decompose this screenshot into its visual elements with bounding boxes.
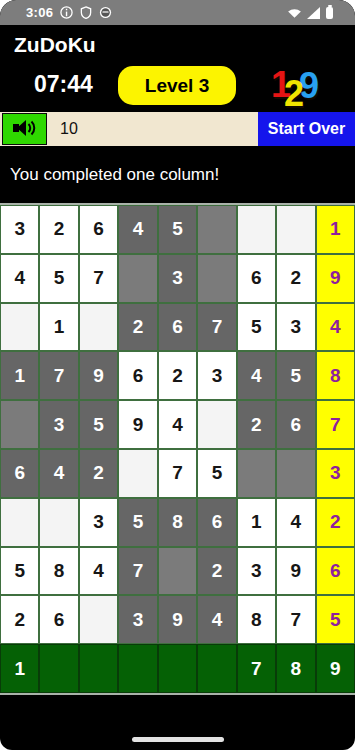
grid-cell-r8c3[interactable]: 4 — [79, 547, 118, 596]
grid-cell-r3c8[interactable]: 3 — [276, 303, 315, 352]
grid-cell-r3c5[interactable]: 6 — [158, 303, 197, 352]
move-counter: 10 — [60, 120, 78, 138]
sudoku-board: 3264514573629126753417962345835942676427… — [0, 203, 355, 695]
grid-cell-r1c6[interactable] — [197, 205, 236, 254]
grid-cell-r3c1[interactable] — [0, 303, 39, 352]
grid-cell-r4c1[interactable]: 1 — [0, 351, 39, 400]
grid-cell-r9c3[interactable] — [79, 595, 118, 644]
grid-cell-r8c8[interactable]: 9 — [276, 547, 315, 596]
grid-cell-r1c4[interactable]: 4 — [118, 205, 157, 254]
palette-cell-9[interactable]: 9 — [316, 644, 355, 693]
grid-cell-r4c5[interactable]: 2 — [158, 351, 197, 400]
grid-cell-r8c1[interactable]: 5 — [0, 547, 39, 596]
app-title: ZuDoKu — [14, 34, 96, 57]
grid-cell-r1c1[interactable]: 3 — [0, 205, 39, 254]
status-time: 3:06 — [26, 5, 53, 20]
battery-icon — [326, 7, 333, 19]
grid-cell-r9c9[interactable]: 5 — [316, 595, 355, 644]
grid-cell-r6c1[interactable]: 6 — [0, 449, 39, 498]
signal-icon — [307, 7, 321, 19]
grid-cell-r5c6[interactable] — [197, 400, 236, 449]
status-bar: 3:06 — [0, 0, 355, 25]
grid-cell-r9c8[interactable]: 7 — [276, 595, 315, 644]
grid-cell-r6c4[interactable] — [118, 449, 157, 498]
wifi-icon — [287, 7, 302, 19]
app-logo-129: 1 9 2 — [271, 67, 329, 109]
grid-cell-r2c2[interactable]: 5 — [39, 254, 78, 303]
grid-cell-r2c9[interactable]: 9 — [316, 254, 355, 303]
start-over-button[interactable]: Start Over — [258, 112, 355, 146]
info-icon — [60, 6, 73, 19]
grid-cell-r5c3[interactable]: 5 — [79, 400, 118, 449]
grid-cell-r7c9[interactable]: 2 — [316, 498, 355, 547]
palette-cell-8[interactable]: 8 — [276, 644, 315, 693]
grid-cell-r4c2[interactable]: 7 — [39, 351, 78, 400]
grid-cell-r7c1[interactable] — [0, 498, 39, 547]
grid-cell-r9c6[interactable]: 4 — [197, 595, 236, 644]
level-button[interactable]: Level 3 — [118, 66, 236, 105]
grid-cell-r2c4[interactable] — [118, 254, 157, 303]
grid-cell-r6c5[interactable]: 7 — [158, 449, 197, 498]
palette-cell-4[interactable] — [118, 644, 157, 693]
grid-cell-r4c8[interactable]: 5 — [276, 351, 315, 400]
grid-cell-r9c2[interactable]: 6 — [39, 595, 78, 644]
timer-display: 07:44 — [34, 71, 93, 98]
bottom-nav-area — [0, 695, 355, 750]
grid-cell-r3c7[interactable]: 5 — [237, 303, 276, 352]
grid-cell-r8c6[interactable]: 2 — [197, 547, 236, 596]
grid-cell-r5c7[interactable]: 2 — [237, 400, 276, 449]
status-message: You completed one column! — [10, 165, 219, 185]
grid-cell-r8c9[interactable]: 6 — [316, 547, 355, 596]
palette-cell-1[interactable]: 1 — [0, 644, 39, 693]
grid-cell-r3c3[interactable] — [79, 303, 118, 352]
grid-cell-r5c9[interactable]: 7 — [316, 400, 355, 449]
palette-cell-2[interactable] — [39, 644, 78, 693]
grid-cell-r1c9[interactable]: 1 — [316, 205, 355, 254]
app-bar: ZuDoKu — [0, 25, 355, 57]
grid-cell-r1c5[interactable]: 5 — [158, 205, 197, 254]
grid-cell-r4c7[interactable]: 4 — [237, 351, 276, 400]
grid-cell-r6c6[interactable]: 5 — [197, 449, 236, 498]
grid-cell-r7c5[interactable]: 8 — [158, 498, 197, 547]
control-row: 10 Start Over — [0, 112, 355, 146]
grid-cell-r4c6[interactable]: 3 — [197, 351, 236, 400]
grid-cell-r3c9[interactable]: 4 — [316, 303, 355, 352]
grid-cell-r6c7[interactable] — [237, 449, 276, 498]
grid-cell-r8c7[interactable]: 3 — [237, 547, 276, 596]
grid-cell-r1c2[interactable]: 2 — [39, 205, 78, 254]
grid-cell-r3c6[interactable]: 7 — [197, 303, 236, 352]
grid-cell-r7c8[interactable]: 4 — [276, 498, 315, 547]
grid-cell-r9c5[interactable]: 9 — [158, 595, 197, 644]
grid-cell-r6c9[interactable]: 3 — [316, 449, 355, 498]
grid-cell-r4c4[interactable]: 6 — [118, 351, 157, 400]
grid-cell-r6c3[interactable]: 2 — [79, 449, 118, 498]
grid-cell-r5c8[interactable]: 6 — [276, 400, 315, 449]
home-indicator[interactable] — [132, 737, 224, 742]
speaker-icon — [12, 117, 38, 142]
grid-cell-r8c5[interactable] — [158, 547, 197, 596]
palette-cell-6[interactable] — [197, 644, 236, 693]
grid-cell-r5c2[interactable]: 3 — [39, 400, 78, 449]
grid-cell-r7c2[interactable] — [39, 498, 78, 547]
grid-cell-r8c2[interactable]: 8 — [39, 547, 78, 596]
profile-icon — [99, 6, 112, 19]
shield-icon — [80, 6, 92, 19]
message-bar: You completed one column! — [0, 146, 355, 203]
grid-cell-r7c4[interactable]: 5 — [118, 498, 157, 547]
grid-cell-r3c2[interactable]: 1 — [39, 303, 78, 352]
grid-cell-r9c1[interactable]: 2 — [0, 595, 39, 644]
palette-cell-7[interactable]: 7 — [237, 644, 276, 693]
logo-digit-2: 2 — [284, 76, 304, 112]
grid-cell-r2c7[interactable]: 6 — [237, 254, 276, 303]
grid-cell-r2c3[interactable]: 7 — [79, 254, 118, 303]
grid-cell-r2c8[interactable]: 2 — [276, 254, 315, 303]
grid-cell-r7c6[interactable]: 6 — [197, 498, 236, 547]
grid-cell-r5c5[interactable]: 4 — [158, 400, 197, 449]
palette-cell-3[interactable] — [79, 644, 118, 693]
grid-cell-r7c3[interactable]: 3 — [79, 498, 118, 547]
grid-cell-r4c3[interactable]: 9 — [79, 351, 118, 400]
grid-cell-r9c7[interactable]: 8 — [237, 595, 276, 644]
grid-cell-r7c7[interactable]: 1 — [237, 498, 276, 547]
app-screen: 3:06 ZuDoKu 07:44 Level 3 — [0, 0, 355, 750]
grid-cell-r1c7[interactable] — [237, 205, 276, 254]
grid-cell-r2c1[interactable]: 4 — [0, 254, 39, 303]
toolbar: 07:44 Level 3 1 9 2 — [0, 57, 355, 112]
grid-cell-r1c3[interactable]: 6 — [79, 205, 118, 254]
grid-cell-r9c4[interactable]: 3 — [118, 595, 157, 644]
grid-cell-r6c2[interactable]: 4 — [39, 449, 78, 498]
grid-cell-r6c8[interactable] — [276, 449, 315, 498]
grid-cell-r3c4[interactable]: 2 — [118, 303, 157, 352]
grid-cell-r5c4[interactable]: 9 — [118, 400, 157, 449]
grid-cell-r8c4[interactable]: 7 — [118, 547, 157, 596]
grid-cell-r2c6[interactable] — [197, 254, 236, 303]
grid-cell-r5c1[interactable] — [0, 400, 39, 449]
grid-cell-r2c5[interactable]: 3 — [158, 254, 197, 303]
grid-cell-r1c8[interactable] — [276, 205, 315, 254]
sound-button[interactable] — [2, 113, 47, 145]
palette-cell-5[interactable] — [158, 644, 197, 693]
grid-cell-r4c9[interactable]: 8 — [316, 351, 355, 400]
